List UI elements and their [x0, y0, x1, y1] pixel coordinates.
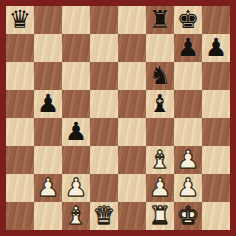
- chess-board[interactable]: ♛♜♚♟♟♞♟♝♟♝♟♟♟♟♟♝♛♜♚: [6, 6, 230, 230]
- square-e7[interactable]: [118, 34, 146, 62]
- square-h7[interactable]: ♟: [202, 34, 230, 62]
- square-c7[interactable]: [62, 34, 90, 62]
- piece-white-king[interactable]: ♚: [177, 202, 199, 230]
- square-d2[interactable]: [90, 174, 118, 202]
- square-e8[interactable]: [118, 6, 146, 34]
- square-a3[interactable]: [6, 146, 34, 174]
- square-b7[interactable]: [34, 34, 62, 62]
- square-a2[interactable]: [6, 174, 34, 202]
- piece-black-pawn[interactable]: ♟: [65, 118, 87, 146]
- square-d3[interactable]: [90, 146, 118, 174]
- piece-black-pawn[interactable]: ♟: [37, 90, 59, 118]
- chess-board-frame: ♛♜♚♟♟♞♟♝♟♝♟♟♟♟♟♝♛♜♚: [0, 0, 236, 236]
- square-f1[interactable]: ♜: [146, 202, 174, 230]
- piece-white-pawn[interactable]: ♟: [177, 146, 199, 174]
- square-c6[interactable]: [62, 62, 90, 90]
- square-f7[interactable]: [146, 34, 174, 62]
- square-a1[interactable]: [6, 202, 34, 230]
- square-c3[interactable]: [62, 146, 90, 174]
- square-h3[interactable]: [202, 146, 230, 174]
- square-a5[interactable]: [6, 90, 34, 118]
- square-e4[interactable]: [118, 118, 146, 146]
- piece-white-bishop[interactable]: ♝: [65, 202, 87, 230]
- square-f5[interactable]: ♝: [146, 90, 174, 118]
- square-g8[interactable]: ♚: [174, 6, 202, 34]
- square-h8[interactable]: [202, 6, 230, 34]
- square-g5[interactable]: [174, 90, 202, 118]
- square-e2[interactable]: [118, 174, 146, 202]
- square-f4[interactable]: [146, 118, 174, 146]
- square-c1[interactable]: ♝: [62, 202, 90, 230]
- square-g4[interactable]: [174, 118, 202, 146]
- square-e1[interactable]: [118, 202, 146, 230]
- square-e3[interactable]: [118, 146, 146, 174]
- piece-black-bishop[interactable]: ♝: [149, 90, 171, 118]
- piece-white-pawn[interactable]: ♟: [65, 174, 87, 202]
- square-b4[interactable]: [34, 118, 62, 146]
- square-b3[interactable]: [34, 146, 62, 174]
- square-h5[interactable]: [202, 90, 230, 118]
- square-f6[interactable]: ♞: [146, 62, 174, 90]
- square-b5[interactable]: ♟: [34, 90, 62, 118]
- piece-white-rook[interactable]: ♜: [149, 202, 171, 230]
- square-e5[interactable]: [118, 90, 146, 118]
- square-h4[interactable]: [202, 118, 230, 146]
- square-a8[interactable]: ♛: [6, 6, 34, 34]
- square-d5[interactable]: [90, 90, 118, 118]
- square-c4[interactable]: ♟: [62, 118, 90, 146]
- piece-black-pawn[interactable]: ♟: [177, 34, 199, 62]
- piece-white-pawn[interactable]: ♟: [149, 174, 171, 202]
- piece-white-pawn[interactable]: ♟: [37, 174, 59, 202]
- square-h1[interactable]: [202, 202, 230, 230]
- square-d1[interactable]: ♛: [90, 202, 118, 230]
- square-g2[interactable]: ♟: [174, 174, 202, 202]
- piece-white-bishop[interactable]: ♝: [149, 146, 171, 174]
- square-c8[interactable]: [62, 6, 90, 34]
- square-g3[interactable]: ♟: [174, 146, 202, 174]
- piece-black-knight[interactable]: ♞: [149, 62, 171, 90]
- square-d6[interactable]: [90, 62, 118, 90]
- square-g1[interactable]: ♚: [174, 202, 202, 230]
- square-h6[interactable]: [202, 62, 230, 90]
- square-a6[interactable]: [6, 62, 34, 90]
- square-f3[interactable]: ♝: [146, 146, 174, 174]
- piece-black-king[interactable]: ♚: [177, 6, 199, 34]
- square-a4[interactable]: [6, 118, 34, 146]
- square-d8[interactable]: [90, 6, 118, 34]
- square-e6[interactable]: [118, 62, 146, 90]
- square-d7[interactable]: [90, 34, 118, 62]
- square-a7[interactable]: [6, 34, 34, 62]
- square-b8[interactable]: [34, 6, 62, 34]
- square-d4[interactable]: [90, 118, 118, 146]
- square-g6[interactable]: [174, 62, 202, 90]
- piece-black-rook[interactable]: ♜: [149, 6, 171, 34]
- square-c5[interactable]: [62, 90, 90, 118]
- piece-white-pawn[interactable]: ♟: [177, 174, 199, 202]
- piece-black-pawn[interactable]: ♟: [205, 34, 227, 62]
- square-g7[interactable]: ♟: [174, 34, 202, 62]
- square-b2[interactable]: ♟: [34, 174, 62, 202]
- square-b1[interactable]: [34, 202, 62, 230]
- piece-white-queen[interactable]: ♛: [93, 202, 115, 230]
- piece-black-queen[interactable]: ♛: [9, 6, 31, 34]
- square-f2[interactable]: ♟: [146, 174, 174, 202]
- square-f8[interactable]: ♜: [146, 6, 174, 34]
- square-c2[interactable]: ♟: [62, 174, 90, 202]
- square-b6[interactable]: [34, 62, 62, 90]
- square-h2[interactable]: [202, 174, 230, 202]
